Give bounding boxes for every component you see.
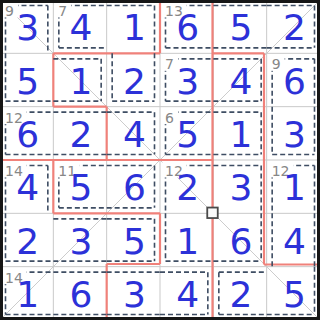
digit-r2c6: 6	[283, 61, 306, 102]
digit-r5c2: 3	[70, 221, 93, 262]
digit-r5c5: 6	[230, 221, 253, 262]
digit-r3c6: 3	[283, 114, 306, 155]
digit-r3c5: 1	[230, 114, 253, 155]
digit-r1c4: 6	[176, 7, 199, 48]
killer-sudoku-board: 9713791261411121214341652512346624513456…	[0, 0, 320, 320]
digit-r6c1: 1	[16, 274, 39, 315]
digit-r1c6: 2	[283, 7, 306, 48]
digit-r4c1: 4	[16, 167, 39, 208]
digit-r2c1: 5	[16, 61, 39, 102]
digit-r4c3: 6	[123, 167, 146, 208]
digit-r5c6: 4	[283, 221, 306, 262]
cage-sum-label: 9	[5, 3, 14, 19]
cage-sum-label: 7	[165, 56, 174, 72]
digit-r6c5: 2	[230, 274, 253, 315]
digit-r1c5: 5	[230, 7, 253, 48]
digit-r3c2: 2	[70, 114, 93, 155]
digit-r2c5: 4	[230, 61, 253, 102]
digit-r1c3: 1	[123, 7, 146, 48]
digit-r1c2: 4	[70, 7, 93, 48]
cage-sum-label: 7	[58, 3, 67, 19]
digit-r6c3: 3	[123, 274, 146, 315]
digit-r3c3: 4	[123, 114, 146, 155]
digit-r4c5: 3	[230, 167, 253, 208]
digit-r3c4: 5	[176, 114, 199, 155]
digit-r5c4: 1	[176, 221, 199, 262]
cage-sum-label: 6	[165, 110, 174, 126]
vertex-drag-handle[interactable]	[207, 208, 218, 219]
digit-r5c3: 5	[123, 221, 146, 262]
digit-r6c4: 4	[176, 274, 199, 315]
digit-r2c4: 3	[176, 61, 199, 102]
digit-r6c6: 5	[283, 274, 306, 315]
board-svg: 9713791261411121214341652512346624513456…	[0, 0, 320, 320]
cage-sum-label: 9	[272, 56, 281, 72]
digit-r2c3: 2	[123, 61, 146, 102]
digit-r3c1: 6	[16, 114, 39, 155]
digit-r5c1: 2	[16, 221, 39, 262]
digit-r4c6: 1	[283, 167, 306, 208]
digit-r4c2: 5	[70, 167, 93, 208]
digit-r4c4: 2	[176, 167, 199, 208]
digit-r2c2: 1	[70, 61, 93, 102]
digit-r1c1: 3	[16, 7, 39, 48]
digit-r6c2: 6	[70, 274, 93, 315]
